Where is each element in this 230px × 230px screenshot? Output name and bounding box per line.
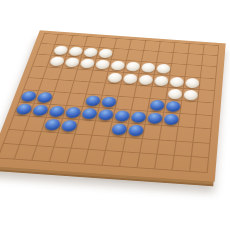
board-cell[interactable] bbox=[193, 128, 211, 143]
board-cell[interactable] bbox=[195, 115, 213, 130]
blue-peg[interactable] bbox=[31, 105, 49, 117]
board-cell[interactable] bbox=[199, 78, 216, 91]
board-cell[interactable] bbox=[160, 126, 179, 141]
white-peg[interactable] bbox=[48, 56, 64, 66]
blue-peg[interactable] bbox=[127, 125, 144, 137]
white-peg[interactable] bbox=[52, 45, 68, 55]
white-peg[interactable] bbox=[67, 46, 83, 56]
board-cell[interactable] bbox=[177, 127, 195, 142]
white-peg[interactable] bbox=[94, 60, 110, 70]
blue-peg[interactable] bbox=[113, 110, 130, 122]
board-cell[interactable] bbox=[157, 140, 176, 156]
board-cell[interactable] bbox=[192, 142, 210, 158]
blue-peg[interactable] bbox=[149, 100, 165, 111]
board-cell[interactable] bbox=[155, 154, 175, 170]
board-cell[interactable] bbox=[162, 113, 180, 127]
board-cell[interactable] bbox=[198, 90, 215, 104]
board-cell[interactable] bbox=[190, 157, 209, 173]
board-cell[interactable] bbox=[173, 156, 192, 172]
board-cell[interactable] bbox=[180, 101, 198, 115]
blue-peg[interactable] bbox=[163, 114, 179, 126]
blue-peg[interactable] bbox=[146, 113, 162, 125]
product-photo-scene bbox=[0, 0, 230, 230]
white-peg[interactable] bbox=[169, 76, 184, 87]
blue-peg[interactable] bbox=[60, 120, 78, 132]
blue-peg[interactable] bbox=[100, 96, 117, 107]
blue-peg[interactable] bbox=[84, 95, 101, 106]
board-cell[interactable] bbox=[168, 76, 185, 89]
white-peg[interactable] bbox=[140, 63, 155, 73]
white-peg[interactable] bbox=[138, 74, 153, 85]
blue-peg[interactable] bbox=[130, 111, 146, 123]
board-cell[interactable] bbox=[166, 88, 184, 101]
white-peg[interactable] bbox=[155, 64, 170, 74]
blue-peg[interactable] bbox=[97, 109, 114, 121]
white-peg[interactable] bbox=[167, 88, 182, 99]
board-cell[interactable] bbox=[185, 65, 202, 78]
board-cell[interactable] bbox=[197, 102, 214, 116]
white-peg[interactable] bbox=[107, 72, 123, 83]
blue-peg[interactable] bbox=[35, 92, 53, 103]
board-cell[interactable] bbox=[182, 89, 199, 103]
white-peg[interactable] bbox=[64, 58, 80, 68]
board-cell[interactable] bbox=[179, 114, 197, 129]
blue-peg[interactable] bbox=[165, 101, 181, 112]
game-board bbox=[0, 30, 226, 181]
white-peg[interactable] bbox=[97, 49, 112, 59]
white-peg[interactable] bbox=[125, 62, 140, 72]
blue-peg[interactable] bbox=[64, 107, 81, 119]
blue-peg[interactable] bbox=[110, 124, 127, 136]
white-peg[interactable] bbox=[79, 59, 95, 69]
white-peg[interactable] bbox=[82, 48, 98, 58]
white-peg[interactable] bbox=[183, 90, 198, 101]
white-peg[interactable] bbox=[184, 78, 199, 89]
board-cell[interactable] bbox=[164, 100, 182, 114]
white-peg[interactable] bbox=[153, 75, 168, 86]
white-peg[interactable] bbox=[122, 73, 138, 84]
board-cell[interactable] bbox=[175, 141, 194, 157]
blue-peg[interactable] bbox=[80, 108, 97, 120]
white-peg[interactable] bbox=[110, 61, 126, 71]
board-cell[interactable] bbox=[184, 77, 201, 90]
blue-peg[interactable] bbox=[47, 106, 65, 118]
blue-peg[interactable] bbox=[43, 119, 61, 131]
